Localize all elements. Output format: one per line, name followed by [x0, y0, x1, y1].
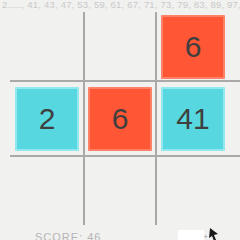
- board-cell-r2c1[interactable]: [84, 156, 156, 225]
- tile-value: 6: [112, 102, 129, 136]
- tile-red-6[interactable]: 6: [161, 15, 225, 79]
- board-grid: 6 2 6 41: [10, 12, 230, 225]
- tile-red-6-center[interactable]: 6: [88, 87, 152, 151]
- mouse-cursor-icon: [207, 228, 221, 240]
- tile-value: 2: [39, 102, 56, 136]
- game-screen: 2....., 41, 43, 47, 53, 59, 61, 67, 71, …: [0, 0, 240, 240]
- board-cell-r1c2[interactable]: 41: [156, 81, 230, 156]
- bottom-right-panel: [178, 230, 204, 240]
- board-cell-r2c2[interactable]: [156, 156, 230, 225]
- prime-sequence-text: 2....., 41, 43, 47, 53, 59, 61, 67, 71, …: [2, 0, 240, 10]
- tile-value: 6: [185, 30, 202, 64]
- board-cell-r0c0[interactable]: [10, 12, 84, 81]
- board-cell-r0c2[interactable]: 6: [156, 12, 230, 81]
- board-cell-r1c1[interactable]: 6: [84, 81, 156, 156]
- tile-cyan-41[interactable]: 41: [161, 87, 225, 151]
- board-cell-r1c0[interactable]: 2: [10, 81, 84, 156]
- board-cell-r2c0[interactable]: [10, 156, 84, 225]
- score-label: SCORE: 46: [35, 231, 101, 240]
- board-cell-r0c1[interactable]: [84, 12, 156, 81]
- tile-value: 41: [176, 102, 209, 136]
- tile-cyan-2[interactable]: 2: [15, 87, 79, 151]
